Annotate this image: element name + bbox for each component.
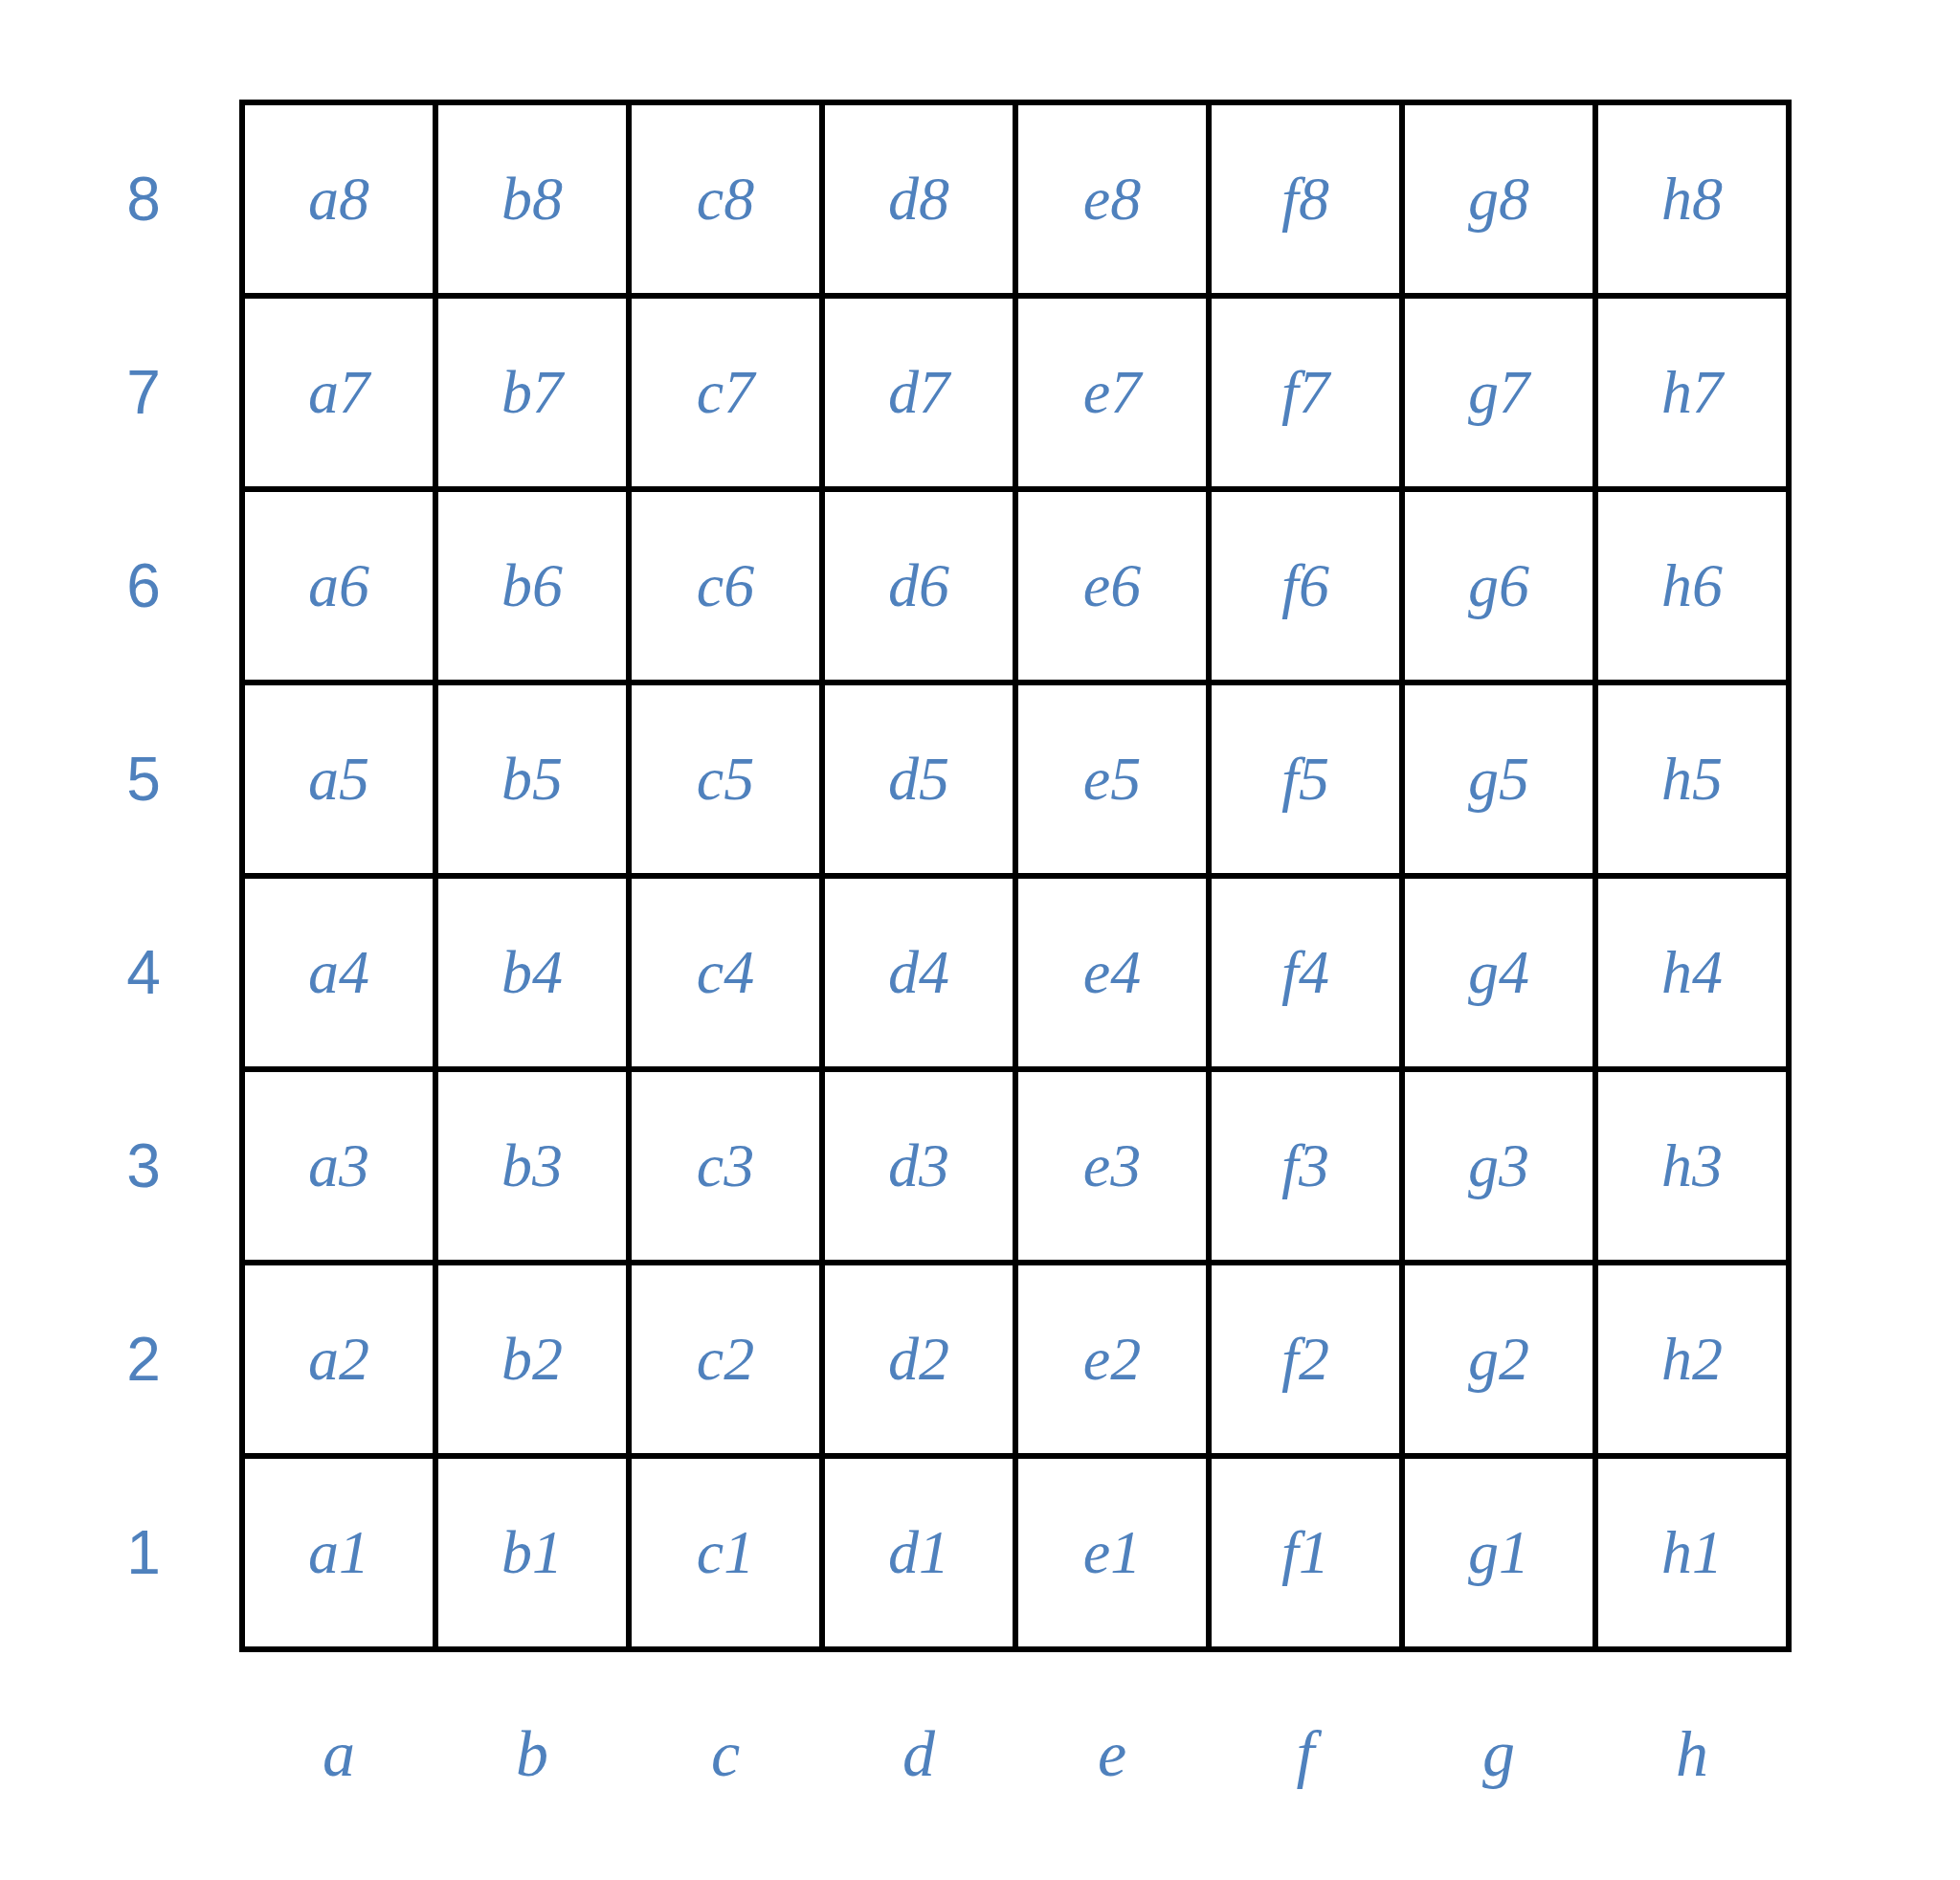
- square-name-label: b7: [501, 362, 563, 423]
- square-g5: g5: [1402, 683, 1595, 876]
- square-d4: d4: [822, 876, 1015, 1069]
- square-name-label: b2: [501, 1329, 563, 1390]
- square-h7: h7: [1595, 296, 1789, 489]
- square-name-label: g5: [1468, 749, 1529, 810]
- square-e4: e4: [1015, 876, 1209, 1069]
- square-name-label: d7: [888, 362, 949, 423]
- square-name-label: b4: [501, 942, 563, 1003]
- file-label-a: a: [242, 1696, 435, 1811]
- square-name-label: e3: [1083, 1135, 1141, 1197]
- square-c4: c4: [629, 876, 822, 1069]
- square-a1: a1: [242, 1456, 435, 1649]
- square-b1: b1: [435, 1456, 629, 1649]
- square-name-label: b5: [501, 749, 563, 810]
- square-name-label: b1: [501, 1522, 563, 1583]
- square-name-label: h3: [1661, 1135, 1723, 1197]
- square-c3: c3: [629, 1069, 822, 1263]
- file-label-g: g: [1402, 1696, 1595, 1811]
- square-name-label: a6: [308, 555, 369, 616]
- square-name-label: h2: [1661, 1329, 1723, 1390]
- square-e3: e3: [1015, 1069, 1209, 1263]
- square-a8: a8: [242, 102, 435, 296]
- square-name-label: g4: [1468, 942, 1529, 1003]
- square-d3: d3: [822, 1069, 1015, 1263]
- square-name-label: d4: [888, 942, 949, 1003]
- square-name-label: c5: [697, 749, 754, 810]
- square-name-label: b6: [501, 555, 563, 616]
- square-b6: b6: [435, 489, 629, 683]
- square-name-label: e7: [1083, 362, 1141, 423]
- square-name-label: e5: [1083, 749, 1141, 810]
- square-f3: f3: [1209, 1069, 1402, 1263]
- square-g6: g6: [1402, 489, 1595, 683]
- square-name-label: a8: [308, 168, 369, 230]
- square-h2: h2: [1595, 1263, 1789, 1456]
- square-d2: d2: [822, 1263, 1015, 1456]
- square-h8: h8: [1595, 102, 1789, 296]
- square-c7: c7: [629, 296, 822, 489]
- square-name-label: e2: [1083, 1329, 1141, 1390]
- square-b8: b8: [435, 102, 629, 296]
- square-h5: h5: [1595, 683, 1789, 876]
- square-name-label: a5: [308, 749, 369, 810]
- square-name-label: g2: [1468, 1329, 1529, 1390]
- square-name-label: g8: [1468, 168, 1529, 230]
- square-name-label: g6: [1468, 555, 1529, 616]
- square-name-label: b3: [501, 1135, 563, 1197]
- square-a2: a2: [242, 1263, 435, 1456]
- rank-labels: 87654321: [67, 102, 220, 1649]
- square-f2: f2: [1209, 1263, 1402, 1456]
- file-label-b: b: [435, 1696, 629, 1811]
- square-b7: b7: [435, 296, 629, 489]
- square-name-label: c2: [697, 1329, 754, 1390]
- square-h6: h6: [1595, 489, 1789, 683]
- square-f5: f5: [1209, 683, 1402, 876]
- square-e7: e7: [1015, 296, 1209, 489]
- rank-label-5: 5: [67, 683, 220, 876]
- file-label-h: h: [1595, 1696, 1789, 1811]
- square-name-label: d6: [888, 555, 949, 616]
- square-name-label: c3: [697, 1135, 754, 1197]
- square-name-label: a4: [308, 942, 369, 1003]
- square-c1: c1: [629, 1456, 822, 1649]
- square-name-label: a1: [308, 1522, 369, 1583]
- square-b4: b4: [435, 876, 629, 1069]
- square-name-label: e1: [1083, 1522, 1141, 1583]
- square-name-label: h1: [1661, 1522, 1723, 1583]
- rank-label-4: 4: [67, 876, 220, 1069]
- square-name-label: e8: [1083, 168, 1141, 230]
- square-e5: e5: [1015, 683, 1209, 876]
- square-name-label: f2: [1281, 1329, 1329, 1390]
- square-name-label: b8: [501, 168, 563, 230]
- square-name-label: f1: [1281, 1522, 1329, 1583]
- square-name-label: h7: [1661, 362, 1723, 423]
- square-b2: b2: [435, 1263, 629, 1456]
- board: a8b8c8d8e8f8g8h8a7b7c7d7e7f7g7h7a6b6c6d6…: [239, 100, 1792, 1652]
- square-name-label: c7: [697, 362, 754, 423]
- square-g1: g1: [1402, 1456, 1595, 1649]
- square-d8: d8: [822, 102, 1015, 296]
- square-d7: d7: [822, 296, 1015, 489]
- file-labels: abcdefgh: [242, 1696, 1789, 1811]
- square-name-label: c4: [697, 942, 754, 1003]
- square-name-label: e6: [1083, 555, 1141, 616]
- square-e6: e6: [1015, 489, 1209, 683]
- rank-label-1: 1: [67, 1456, 220, 1649]
- square-c8: c8: [629, 102, 822, 296]
- square-name-label: e4: [1083, 942, 1141, 1003]
- file-label-c: c: [629, 1696, 822, 1811]
- square-a5: a5: [242, 683, 435, 876]
- square-f1: f1: [1209, 1456, 1402, 1649]
- square-name-label: c1: [697, 1522, 754, 1583]
- square-e1: e1: [1015, 1456, 1209, 1649]
- square-b3: b3: [435, 1069, 629, 1263]
- square-name-label: h5: [1661, 749, 1723, 810]
- square-g8: g8: [1402, 102, 1595, 296]
- rank-label-6: 6: [67, 489, 220, 683]
- square-a7: a7: [242, 296, 435, 489]
- square-d5: d5: [822, 683, 1015, 876]
- square-d1: d1: [822, 1456, 1015, 1649]
- square-g7: g7: [1402, 296, 1595, 489]
- square-name-label: d5: [888, 749, 949, 810]
- square-f6: f6: [1209, 489, 1402, 683]
- square-a6: a6: [242, 489, 435, 683]
- file-label-d: d: [822, 1696, 1015, 1811]
- square-name-label: f8: [1281, 168, 1329, 230]
- square-name-label: a7: [308, 362, 369, 423]
- rank-label-3: 3: [67, 1069, 220, 1263]
- square-name-label: f3: [1281, 1135, 1329, 1197]
- square-a3: a3: [242, 1069, 435, 1263]
- square-g3: g3: [1402, 1069, 1595, 1263]
- chessboard-diagram-page: 87654321 a8b8c8d8e8f8g8h8a7b7c7d7e7f7g7h…: [0, 0, 1960, 1880]
- file-label-f: f: [1209, 1696, 1402, 1811]
- square-name-label: f4: [1281, 942, 1329, 1003]
- square-name-label: a2: [308, 1329, 369, 1390]
- square-name-label: d3: [888, 1135, 949, 1197]
- square-name-label: g3: [1468, 1135, 1529, 1197]
- square-name-label: c8: [697, 168, 754, 230]
- square-h3: h3: [1595, 1069, 1789, 1263]
- square-name-label: h8: [1661, 168, 1723, 230]
- file-label-e: e: [1015, 1696, 1209, 1811]
- square-name-label: g1: [1468, 1522, 1529, 1583]
- square-h1: h1: [1595, 1456, 1789, 1649]
- square-f7: f7: [1209, 296, 1402, 489]
- square-e2: e2: [1015, 1263, 1209, 1456]
- square-name-label: g7: [1468, 362, 1529, 423]
- square-name-label: h6: [1661, 555, 1723, 616]
- rank-label-7: 7: [67, 296, 220, 489]
- square-name-label: d1: [888, 1522, 949, 1583]
- square-name-label: h4: [1661, 942, 1723, 1003]
- rank-label-8: 8: [67, 102, 220, 296]
- square-a4: a4: [242, 876, 435, 1069]
- rank-label-2: 2: [67, 1263, 220, 1456]
- square-g2: g2: [1402, 1263, 1595, 1456]
- square-e8: e8: [1015, 102, 1209, 296]
- square-name-label: f5: [1281, 749, 1329, 810]
- square-c6: c6: [629, 489, 822, 683]
- square-c2: c2: [629, 1263, 822, 1456]
- square-d6: d6: [822, 489, 1015, 683]
- square-name-label: d2: [888, 1329, 949, 1390]
- square-c5: c5: [629, 683, 822, 876]
- square-name-label: d8: [888, 168, 949, 230]
- square-name-label: f6: [1281, 555, 1329, 616]
- square-g4: g4: [1402, 876, 1595, 1069]
- square-b5: b5: [435, 683, 629, 876]
- square-f4: f4: [1209, 876, 1402, 1069]
- square-name-label: f7: [1281, 362, 1329, 423]
- square-name-label: c6: [697, 555, 754, 616]
- square-h4: h4: [1595, 876, 1789, 1069]
- square-f8: f8: [1209, 102, 1402, 296]
- square-name-label: a3: [308, 1135, 369, 1197]
